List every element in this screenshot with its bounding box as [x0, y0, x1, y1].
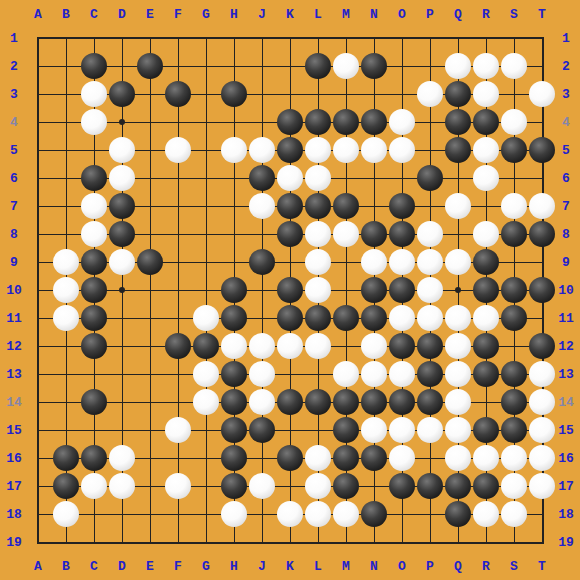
stone-black-M15[interactable]: [333, 417, 359, 443]
col-label-bottom-F: F: [174, 560, 182, 573]
stone-white-S16[interactable]: [501, 445, 527, 471]
stone-white-R3[interactable]: [473, 81, 499, 107]
col-label-top-J: J: [258, 8, 266, 21]
stone-black-D8[interactable]: [109, 221, 135, 247]
col-label-top-E: E: [146, 8, 154, 21]
stone-black-Q17[interactable]: [445, 473, 471, 499]
stone-black-L2[interactable]: [305, 53, 331, 79]
stone-black-T12[interactable]: [529, 333, 555, 359]
row-label-left-6: 6: [10, 172, 18, 185]
stone-black-O12[interactable]: [389, 333, 415, 359]
stone-black-K10[interactable]: [277, 277, 303, 303]
row-label-right-5: 5: [562, 144, 570, 157]
stone-black-E9[interactable]: [137, 249, 163, 275]
row-label-left-19: 19: [6, 536, 22, 549]
stone-white-T16[interactable]: [529, 445, 555, 471]
stone-white-D9[interactable]: [109, 249, 135, 275]
stone-black-L14[interactable]: [305, 389, 331, 415]
col-label-bottom-R: R: [482, 560, 490, 573]
stone-white-L18[interactable]: [305, 501, 331, 527]
stone-white-Q11[interactable]: [445, 305, 471, 331]
stone-black-O7[interactable]: [389, 193, 415, 219]
row-label-right-6: 6: [562, 172, 570, 185]
stone-white-H12[interactable]: [221, 333, 247, 359]
row-label-left-14: 14: [6, 396, 22, 409]
stone-black-O17[interactable]: [389, 473, 415, 499]
stone-black-N18[interactable]: [361, 501, 387, 527]
stone-black-N2[interactable]: [361, 53, 387, 79]
col-label-bottom-M: M: [342, 560, 350, 573]
col-label-top-K: K: [286, 8, 294, 21]
stone-white-K18[interactable]: [277, 501, 303, 527]
stone-black-O10[interactable]: [389, 277, 415, 303]
stone-black-N14[interactable]: [361, 389, 387, 415]
stone-black-N8[interactable]: [361, 221, 387, 247]
col-label-top-O: O: [398, 8, 406, 21]
stone-black-R13[interactable]: [473, 361, 499, 387]
row-label-right-12: 12: [558, 340, 574, 353]
star-point-D10: [119, 287, 125, 293]
stone-white-L9[interactable]: [305, 249, 331, 275]
stone-black-O8[interactable]: [389, 221, 415, 247]
stone-white-L12[interactable]: [305, 333, 331, 359]
col-label-bottom-P: P: [426, 560, 434, 573]
row-label-left-8: 8: [10, 228, 18, 241]
stone-white-B18[interactable]: [53, 501, 79, 527]
stone-white-D16[interactable]: [109, 445, 135, 471]
stone-black-E2[interactable]: [137, 53, 163, 79]
stone-black-K8[interactable]: [277, 221, 303, 247]
col-label-bottom-O: O: [398, 560, 406, 573]
col-label-bottom-J: J: [258, 560, 266, 573]
stone-white-T15[interactable]: [529, 417, 555, 443]
row-label-left-1: 1: [10, 32, 18, 45]
row-label-left-18: 18: [6, 508, 22, 521]
stone-white-O11[interactable]: [389, 305, 415, 331]
col-label-top-S: S: [510, 8, 518, 21]
stone-black-Q3[interactable]: [445, 81, 471, 107]
stone-black-T10[interactable]: [529, 277, 555, 303]
col-label-bottom-N: N: [370, 560, 378, 573]
row-label-left-15: 15: [6, 424, 22, 437]
row-label-right-2: 2: [562, 60, 570, 73]
row-label-left-2: 2: [10, 60, 18, 73]
stone-black-H3[interactable]: [221, 81, 247, 107]
stone-white-J13[interactable]: [249, 361, 275, 387]
stone-black-H16[interactable]: [221, 445, 247, 471]
stone-white-R18[interactable]: [473, 501, 499, 527]
col-label-top-L: L: [314, 8, 322, 21]
stone-white-O9[interactable]: [389, 249, 415, 275]
stone-black-T5[interactable]: [529, 137, 555, 163]
stone-white-O5[interactable]: [389, 137, 415, 163]
stone-black-H17[interactable]: [221, 473, 247, 499]
stone-white-R2[interactable]: [473, 53, 499, 79]
stone-black-S15[interactable]: [501, 417, 527, 443]
stone-white-G11[interactable]: [193, 305, 219, 331]
stone-white-N12[interactable]: [361, 333, 387, 359]
col-label-bottom-A: A: [34, 560, 42, 573]
col-label-bottom-E: E: [146, 560, 154, 573]
stone-black-M4[interactable]: [333, 109, 359, 135]
stone-black-H15[interactable]: [221, 417, 247, 443]
stone-white-J12[interactable]: [249, 333, 275, 359]
stone-white-T3[interactable]: [529, 81, 555, 107]
stone-white-Q7[interactable]: [445, 193, 471, 219]
stone-white-B11[interactable]: [53, 305, 79, 331]
stone-white-H18[interactable]: [221, 501, 247, 527]
stone-black-H13[interactable]: [221, 361, 247, 387]
stone-black-K16[interactable]: [277, 445, 303, 471]
stone-black-D7[interactable]: [109, 193, 135, 219]
stone-white-O15[interactable]: [389, 417, 415, 443]
stone-white-Q16[interactable]: [445, 445, 471, 471]
stone-black-M14[interactable]: [333, 389, 359, 415]
stone-white-P9[interactable]: [417, 249, 443, 275]
stone-white-Q14[interactable]: [445, 389, 471, 415]
stone-white-N9[interactable]: [361, 249, 387, 275]
stone-black-C10[interactable]: [81, 277, 107, 303]
row-label-right-19: 19: [558, 536, 574, 549]
stone-black-M11[interactable]: [333, 305, 359, 331]
stone-white-C17[interactable]: [81, 473, 107, 499]
stone-black-P13[interactable]: [417, 361, 443, 387]
stone-white-D17[interactable]: [109, 473, 135, 499]
col-label-top-H: H: [230, 8, 238, 21]
stone-black-Q5[interactable]: [445, 137, 471, 163]
stone-white-F15[interactable]: [165, 417, 191, 443]
row-label-left-12: 12: [6, 340, 22, 353]
stone-black-M17[interactable]: [333, 473, 359, 499]
stone-white-Q9[interactable]: [445, 249, 471, 275]
stone-white-L5[interactable]: [305, 137, 331, 163]
stone-white-Q13[interactable]: [445, 361, 471, 387]
stone-black-L7[interactable]: [305, 193, 331, 219]
stone-white-J17[interactable]: [249, 473, 275, 499]
stone-white-H5[interactable]: [221, 137, 247, 163]
stone-black-S8[interactable]: [501, 221, 527, 247]
col-label-bottom-S: S: [510, 560, 518, 573]
stone-white-Q2[interactable]: [445, 53, 471, 79]
stone-white-P15[interactable]: [417, 417, 443, 443]
stone-black-F3[interactable]: [165, 81, 191, 107]
stone-black-B16[interactable]: [53, 445, 79, 471]
col-label-top-R: R: [482, 8, 490, 21]
col-label-bottom-K: K: [286, 560, 294, 573]
row-label-right-8: 8: [562, 228, 570, 241]
stone-white-B10[interactable]: [53, 277, 79, 303]
stone-white-J14[interactable]: [249, 389, 275, 415]
stone-white-R6[interactable]: [473, 165, 499, 191]
stone-black-S13[interactable]: [501, 361, 527, 387]
stone-black-K11[interactable]: [277, 305, 303, 331]
stone-black-M16[interactable]: [333, 445, 359, 471]
stone-white-T7[interactable]: [529, 193, 555, 219]
stone-white-M13[interactable]: [333, 361, 359, 387]
row-label-left-4: 4: [10, 116, 18, 129]
stone-white-M18[interactable]: [333, 501, 359, 527]
stone-black-O14[interactable]: [389, 389, 415, 415]
stone-white-O13[interactable]: [389, 361, 415, 387]
stone-white-Q15[interactable]: [445, 417, 471, 443]
col-label-bottom-T: T: [538, 560, 546, 573]
stone-white-R8[interactable]: [473, 221, 499, 247]
stone-white-N15[interactable]: [361, 417, 387, 443]
col-label-bottom-H: H: [230, 560, 238, 573]
col-label-top-M: M: [342, 8, 350, 21]
stone-white-R5[interactable]: [473, 137, 499, 163]
stone-black-S14[interactable]: [501, 389, 527, 415]
row-label-left-3: 3: [10, 88, 18, 101]
stone-black-P12[interactable]: [417, 333, 443, 359]
stone-black-C12[interactable]: [81, 333, 107, 359]
stone-white-K12[interactable]: [277, 333, 303, 359]
row-label-left-5: 5: [10, 144, 18, 157]
stone-black-N4[interactable]: [361, 109, 387, 135]
stone-white-C7[interactable]: [81, 193, 107, 219]
star-point-Q10: [455, 287, 461, 293]
col-label-top-P: P: [426, 8, 434, 21]
col-label-top-F: F: [174, 8, 182, 21]
row-label-left-17: 17: [6, 480, 22, 493]
stone-white-G14[interactable]: [193, 389, 219, 415]
col-label-top-G: G: [202, 8, 210, 21]
stone-white-S4[interactable]: [501, 109, 527, 135]
row-label-right-7: 7: [562, 200, 570, 213]
stone-white-F5[interactable]: [165, 137, 191, 163]
stone-black-R4[interactable]: [473, 109, 499, 135]
stone-white-M2[interactable]: [333, 53, 359, 79]
stone-black-P17[interactable]: [417, 473, 443, 499]
col-label-bottom-D: D: [118, 560, 126, 573]
row-label-right-18: 18: [558, 508, 574, 521]
stone-white-T13[interactable]: [529, 361, 555, 387]
stone-black-K4[interactable]: [277, 109, 303, 135]
stone-black-K14[interactable]: [277, 389, 303, 415]
stone-white-S17[interactable]: [501, 473, 527, 499]
col-label-bottom-C: C: [90, 560, 98, 573]
stone-black-C6[interactable]: [81, 165, 107, 191]
stone-white-J5[interactable]: [249, 137, 275, 163]
stone-black-B17[interactable]: [53, 473, 79, 499]
row-label-right-10: 10: [558, 284, 574, 297]
col-label-bottom-B: B: [62, 560, 70, 573]
stone-black-L4[interactable]: [305, 109, 331, 135]
stone-black-R15[interactable]: [473, 417, 499, 443]
stone-black-P6[interactable]: [417, 165, 443, 191]
stone-white-C3[interactable]: [81, 81, 107, 107]
stone-black-P14[interactable]: [417, 389, 443, 415]
stone-black-R10[interactable]: [473, 277, 499, 303]
stone-black-H11[interactable]: [221, 305, 247, 331]
stone-white-L10[interactable]: [305, 277, 331, 303]
row-label-left-10: 10: [6, 284, 22, 297]
row-label-left-11: 11: [6, 312, 22, 325]
stone-white-O16[interactable]: [389, 445, 415, 471]
stone-black-N10[interactable]: [361, 277, 387, 303]
stone-white-N13[interactable]: [361, 361, 387, 387]
row-label-left-9: 9: [10, 256, 18, 269]
stone-black-G12[interactable]: [193, 333, 219, 359]
stone-white-L16[interactable]: [305, 445, 331, 471]
row-label-right-1: 1: [562, 32, 570, 45]
stone-black-S5[interactable]: [501, 137, 527, 163]
stone-black-K5[interactable]: [277, 137, 303, 163]
stone-black-T8[interactable]: [529, 221, 555, 247]
stone-black-K7[interactable]: [277, 193, 303, 219]
stone-white-L17[interactable]: [305, 473, 331, 499]
stone-white-M8[interactable]: [333, 221, 359, 247]
stone-black-N16[interactable]: [361, 445, 387, 471]
col-label-top-D: D: [118, 8, 126, 21]
row-label-left-13: 13: [6, 368, 22, 381]
stone-black-R12[interactable]: [473, 333, 499, 359]
stone-white-M5[interactable]: [333, 137, 359, 163]
row-label-right-14: 14: [558, 396, 574, 409]
row-label-right-9: 9: [562, 256, 570, 269]
stone-white-P11[interactable]: [417, 305, 443, 331]
stone-white-R11[interactable]: [473, 305, 499, 331]
stone-black-R9[interactable]: [473, 249, 499, 275]
stone-black-Q4[interactable]: [445, 109, 471, 135]
stone-white-S2[interactable]: [501, 53, 527, 79]
stone-white-D6[interactable]: [109, 165, 135, 191]
stone-white-P3[interactable]: [417, 81, 443, 107]
row-label-right-3: 3: [562, 88, 570, 101]
stone-white-J7[interactable]: [249, 193, 275, 219]
row-label-right-17: 17: [558, 480, 574, 493]
stone-white-R16[interactable]: [473, 445, 499, 471]
row-label-left-7: 7: [10, 200, 18, 213]
col-label-top-A: A: [34, 8, 42, 21]
stone-white-P10[interactable]: [417, 277, 443, 303]
stone-black-H14[interactable]: [221, 389, 247, 415]
stone-black-N11[interactable]: [361, 305, 387, 331]
stone-black-J15[interactable]: [249, 417, 275, 443]
stone-black-S10[interactable]: [501, 277, 527, 303]
stone-black-S11[interactable]: [501, 305, 527, 331]
row-label-right-16: 16: [558, 452, 574, 465]
col-label-top-C: C: [90, 8, 98, 21]
go-board[interactable]: AABBCCDDEEFFGGHHJJKKLLMMNNOOPPQQRRSSTT11…: [0, 0, 580, 580]
stone-black-J9[interactable]: [249, 249, 275, 275]
stone-white-S18[interactable]: [501, 501, 527, 527]
stone-black-H10[interactable]: [221, 277, 247, 303]
stone-white-L8[interactable]: [305, 221, 331, 247]
stone-white-K6[interactable]: [277, 165, 303, 191]
col-label-top-T: T: [538, 8, 546, 21]
stone-black-M7[interactable]: [333, 193, 359, 219]
col-label-bottom-Q: Q: [454, 560, 462, 573]
stone-white-C4[interactable]: [81, 109, 107, 135]
row-label-right-13: 13: [558, 368, 574, 381]
stone-black-C2[interactable]: [81, 53, 107, 79]
stone-black-J6[interactable]: [249, 165, 275, 191]
stone-white-S7[interactable]: [501, 193, 527, 219]
stone-white-L6[interactable]: [305, 165, 331, 191]
stone-white-F17[interactable]: [165, 473, 191, 499]
stone-black-R17[interactable]: [473, 473, 499, 499]
stone-black-C11[interactable]: [81, 305, 107, 331]
stone-white-D5[interactable]: [109, 137, 135, 163]
col-label-top-B: B: [62, 8, 70, 21]
stone-white-C8[interactable]: [81, 221, 107, 247]
star-point-D4: [119, 119, 125, 125]
row-label-right-4: 4: [562, 116, 570, 129]
stone-white-O4[interactable]: [389, 109, 415, 135]
col-label-top-Q: Q: [454, 8, 462, 21]
stone-black-D3[interactable]: [109, 81, 135, 107]
stone-black-F12[interactable]: [165, 333, 191, 359]
stone-black-C16[interactable]: [81, 445, 107, 471]
stone-black-C9[interactable]: [81, 249, 107, 275]
stone-white-T17[interactable]: [529, 473, 555, 499]
stone-white-Q12[interactable]: [445, 333, 471, 359]
stone-white-B9[interactable]: [53, 249, 79, 275]
row-label-right-15: 15: [558, 424, 574, 437]
stone-white-N5[interactable]: [361, 137, 387, 163]
col-label-bottom-G: G: [202, 560, 210, 573]
col-label-top-N: N: [370, 8, 378, 21]
col-label-bottom-L: L: [314, 560, 322, 573]
stone-black-L11[interactable]: [305, 305, 331, 331]
row-label-right-11: 11: [558, 312, 574, 325]
stone-white-P8[interactable]: [417, 221, 443, 247]
stone-black-Q18[interactable]: [445, 501, 471, 527]
stone-black-C14[interactable]: [81, 389, 107, 415]
stone-white-G13[interactable]: [193, 361, 219, 387]
row-label-left-16: 16: [6, 452, 22, 465]
stone-white-T14[interactable]: [529, 389, 555, 415]
